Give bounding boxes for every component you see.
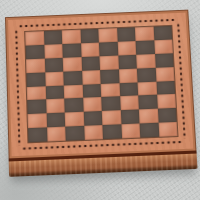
board-square-b6 bbox=[44, 58, 63, 72]
board-square-c5 bbox=[63, 71, 82, 86]
board-square-e4 bbox=[101, 83, 120, 98]
board-square-f4 bbox=[119, 82, 138, 97]
board-square-b1 bbox=[47, 127, 66, 142]
board-square-f2 bbox=[120, 110, 139, 125]
board-square-e8 bbox=[98, 28, 117, 42]
board-square-d7 bbox=[81, 42, 100, 56]
board-square-g4 bbox=[138, 81, 157, 96]
board-square-f5 bbox=[118, 68, 137, 83]
board-square-e1 bbox=[102, 124, 121, 139]
chess-board-box bbox=[6, 11, 197, 177]
board-square-b3 bbox=[46, 99, 65, 114]
board-square-a7 bbox=[26, 45, 45, 59]
board-square-c2 bbox=[65, 112, 84, 127]
board-square-g6 bbox=[136, 54, 155, 68]
board-square-a5 bbox=[26, 72, 45, 87]
board-square-b2 bbox=[46, 113, 65, 128]
board-square-e3 bbox=[101, 97, 120, 112]
board-square-d4 bbox=[82, 84, 101, 99]
board-square-b8 bbox=[43, 30, 62, 44]
board-square-c1 bbox=[65, 126, 84, 141]
board-square-f8 bbox=[117, 27, 136, 41]
fabric-background bbox=[0, 0, 200, 200]
board-square-a2 bbox=[28, 114, 47, 129]
board-square-h7 bbox=[154, 39, 173, 53]
board-square-c8 bbox=[62, 30, 81, 44]
board-square-d5 bbox=[82, 70, 101, 85]
board-square-a4 bbox=[27, 86, 46, 101]
board-square-d6 bbox=[81, 56, 100, 70]
checkerboard-grid bbox=[25, 26, 177, 142]
board-square-e7 bbox=[99, 42, 118, 56]
board-square-g3 bbox=[138, 95, 157, 110]
board-square-h5 bbox=[155, 67, 174, 82]
board-square-b5 bbox=[45, 71, 64, 86]
board-square-g5 bbox=[137, 67, 156, 82]
board-square-a3 bbox=[27, 100, 46, 115]
board-square-h3 bbox=[157, 94, 176, 109]
stud-border-left bbox=[13, 29, 22, 146]
board-square-f1 bbox=[121, 124, 140, 139]
board-square-h4 bbox=[156, 80, 175, 95]
board-square-c6 bbox=[63, 57, 82, 71]
board-surface bbox=[6, 11, 195, 159]
board-square-e2 bbox=[102, 110, 121, 125]
board-square-h8 bbox=[153, 26, 172, 40]
board-square-f7 bbox=[117, 41, 136, 55]
board-square-c3 bbox=[64, 98, 83, 113]
board-square-b7 bbox=[44, 44, 63, 58]
board-square-d8 bbox=[80, 29, 99, 43]
board-square-f6 bbox=[118, 55, 137, 69]
stud-border-right bbox=[175, 23, 188, 139]
board-square-c4 bbox=[64, 84, 83, 99]
board-square-h6 bbox=[155, 53, 174, 67]
board-square-a6 bbox=[26, 58, 45, 72]
board-square-h1 bbox=[158, 122, 177, 137]
board-square-c7 bbox=[62, 43, 81, 57]
board-square-b4 bbox=[45, 85, 64, 100]
board-square-d2 bbox=[83, 111, 102, 126]
board-square-g7 bbox=[136, 40, 155, 54]
board-square-d1 bbox=[84, 125, 103, 140]
board-square-g8 bbox=[135, 27, 154, 41]
board-square-a8 bbox=[25, 31, 44, 45]
board-square-g1 bbox=[140, 123, 159, 138]
board-square-f3 bbox=[120, 96, 139, 111]
board-square-a1 bbox=[28, 128, 47, 143]
board-square-d3 bbox=[83, 97, 102, 112]
board-square-h2 bbox=[157, 108, 176, 123]
board-square-e5 bbox=[100, 69, 119, 84]
board-square-e6 bbox=[99, 55, 118, 69]
board-square-g2 bbox=[139, 109, 158, 124]
